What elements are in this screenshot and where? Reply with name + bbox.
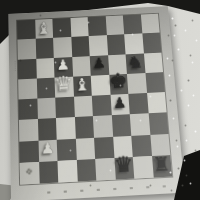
square-a4[interactable] bbox=[19, 99, 38, 121]
square-a1[interactable]: ❖ bbox=[20, 162, 39, 185]
square-g6[interactable]: ♞ bbox=[126, 53, 145, 74]
board-playing-area: ♝♟♟♞♛♝♚♟♟❖♛♜ bbox=[17, 14, 172, 185]
square-f1[interactable]: ♛ bbox=[114, 157, 134, 180]
piece-white-bishop-b8[interactable]: ♝ bbox=[36, 19, 52, 36]
piece-black-knight-g6[interactable]: ♞ bbox=[127, 53, 144, 71]
square-f5[interactable]: ♚ bbox=[109, 74, 128, 95]
square-d7[interactable] bbox=[71, 36, 90, 56]
square-b2[interactable]: ♟ bbox=[38, 139, 57, 161]
square-d8[interactable] bbox=[70, 17, 89, 37]
square-c3[interactable] bbox=[56, 117, 75, 139]
bottom-edge-markings bbox=[34, 184, 174, 194]
chess-board: ······ ♝♟♟♞♛♝♚♟♟❖♛♜ bbox=[8, 6, 185, 200]
square-b1[interactable] bbox=[39, 161, 59, 184]
square-b4[interactable] bbox=[37, 98, 56, 120]
square-e8[interactable] bbox=[88, 16, 107, 36]
board-grid: ♝♟♟♞♛♝♚♟♟❖♛♜ bbox=[17, 14, 172, 185]
square-c1[interactable] bbox=[57, 160, 77, 183]
square-b7[interactable] bbox=[35, 38, 54, 58]
square-e1[interactable] bbox=[95, 158, 115, 181]
square-f3[interactable] bbox=[111, 114, 131, 136]
square-d4[interactable] bbox=[74, 96, 93, 118]
square-b3[interactable] bbox=[37, 118, 56, 140]
square-b6[interactable] bbox=[36, 58, 55, 79]
square-h4[interactable] bbox=[147, 92, 167, 113]
square-b8[interactable]: ♝ bbox=[35, 19, 53, 39]
square-g1[interactable] bbox=[133, 156, 153, 179]
piece-white-pawn-b2[interactable]: ♟ bbox=[41, 141, 55, 157]
square-g3[interactable] bbox=[130, 114, 150, 136]
square-b5[interactable] bbox=[36, 77, 55, 98]
square-g4[interactable] bbox=[128, 93, 148, 114]
square-e4[interactable] bbox=[92, 95, 112, 117]
board-frame-brand-text: ······ bbox=[11, 61, 18, 119]
square-h5[interactable] bbox=[145, 72, 165, 93]
board-maker-emblem: ❖ bbox=[24, 166, 34, 178]
square-g2[interactable] bbox=[131, 134, 151, 156]
square-e6[interactable]: ♟ bbox=[90, 55, 109, 76]
square-h1[interactable]: ♜ bbox=[152, 155, 173, 178]
square-e5[interactable] bbox=[91, 75, 110, 96]
square-a7[interactable] bbox=[17, 39, 35, 59]
square-e3[interactable] bbox=[93, 115, 113, 137]
piece-black-rook-h1[interactable]: ♜ bbox=[152, 154, 171, 174]
piece-black-pawn-e6[interactable]: ♟ bbox=[92, 57, 106, 72]
square-a8[interactable] bbox=[17, 20, 35, 40]
square-c8[interactable] bbox=[52, 18, 70, 38]
square-d3[interactable] bbox=[74, 116, 94, 138]
square-d2[interactable] bbox=[75, 137, 95, 159]
square-a5[interactable] bbox=[18, 78, 37, 99]
piece-black-pawn-f4[interactable]: ♟ bbox=[113, 96, 127, 111]
square-g5[interactable] bbox=[127, 73, 147, 94]
square-e7[interactable] bbox=[89, 35, 108, 55]
square-f8[interactable] bbox=[105, 15, 124, 35]
square-d5[interactable]: ♝ bbox=[73, 76, 92, 97]
piece-white-bishop-d5[interactable]: ♝ bbox=[74, 76, 91, 94]
square-a2[interactable] bbox=[19, 140, 38, 162]
piece-black-queen-f1[interactable]: ♛ bbox=[114, 154, 135, 177]
square-h7[interactable] bbox=[142, 33, 161, 53]
square-c2[interactable] bbox=[57, 138, 77, 160]
square-h8[interactable] bbox=[140, 14, 159, 34]
square-a6[interactable] bbox=[18, 58, 37, 79]
square-h6[interactable] bbox=[143, 52, 163, 73]
piece-white-queen-c5[interactable]: ♛ bbox=[54, 74, 73, 95]
square-c4[interactable] bbox=[55, 97, 74, 119]
square-c5[interactable]: ♛ bbox=[54, 76, 73, 97]
square-d1[interactable] bbox=[76, 159, 96, 182]
square-a3[interactable] bbox=[19, 119, 38, 141]
square-g8[interactable] bbox=[123, 15, 142, 35]
piece-white-pawn-c6[interactable]: ♟ bbox=[56, 59, 70, 74]
piece-black-king-f5[interactable]: ♚ bbox=[109, 71, 129, 92]
square-h3[interactable] bbox=[148, 113, 168, 135]
square-c7[interactable] bbox=[53, 37, 72, 57]
square-e2[interactable] bbox=[94, 136, 114, 158]
square-f4[interactable]: ♟ bbox=[110, 94, 130, 116]
square-f7[interactable] bbox=[106, 35, 125, 55]
photo-of-chess-board: ······ ♝♟♟♞♛♝♚♟♟❖♛♜ bbox=[0, 0, 200, 200]
